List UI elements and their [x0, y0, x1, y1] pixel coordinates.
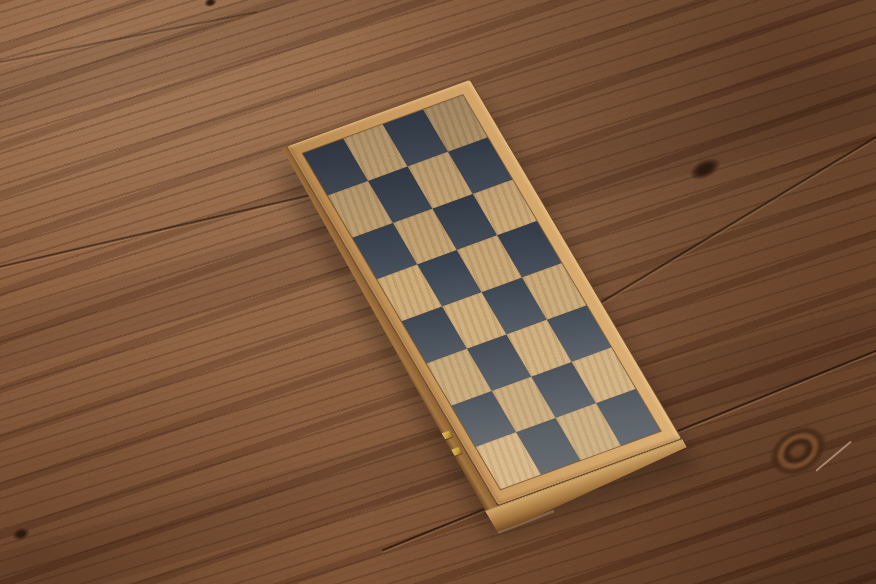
- photo-scene: [0, 0, 876, 584]
